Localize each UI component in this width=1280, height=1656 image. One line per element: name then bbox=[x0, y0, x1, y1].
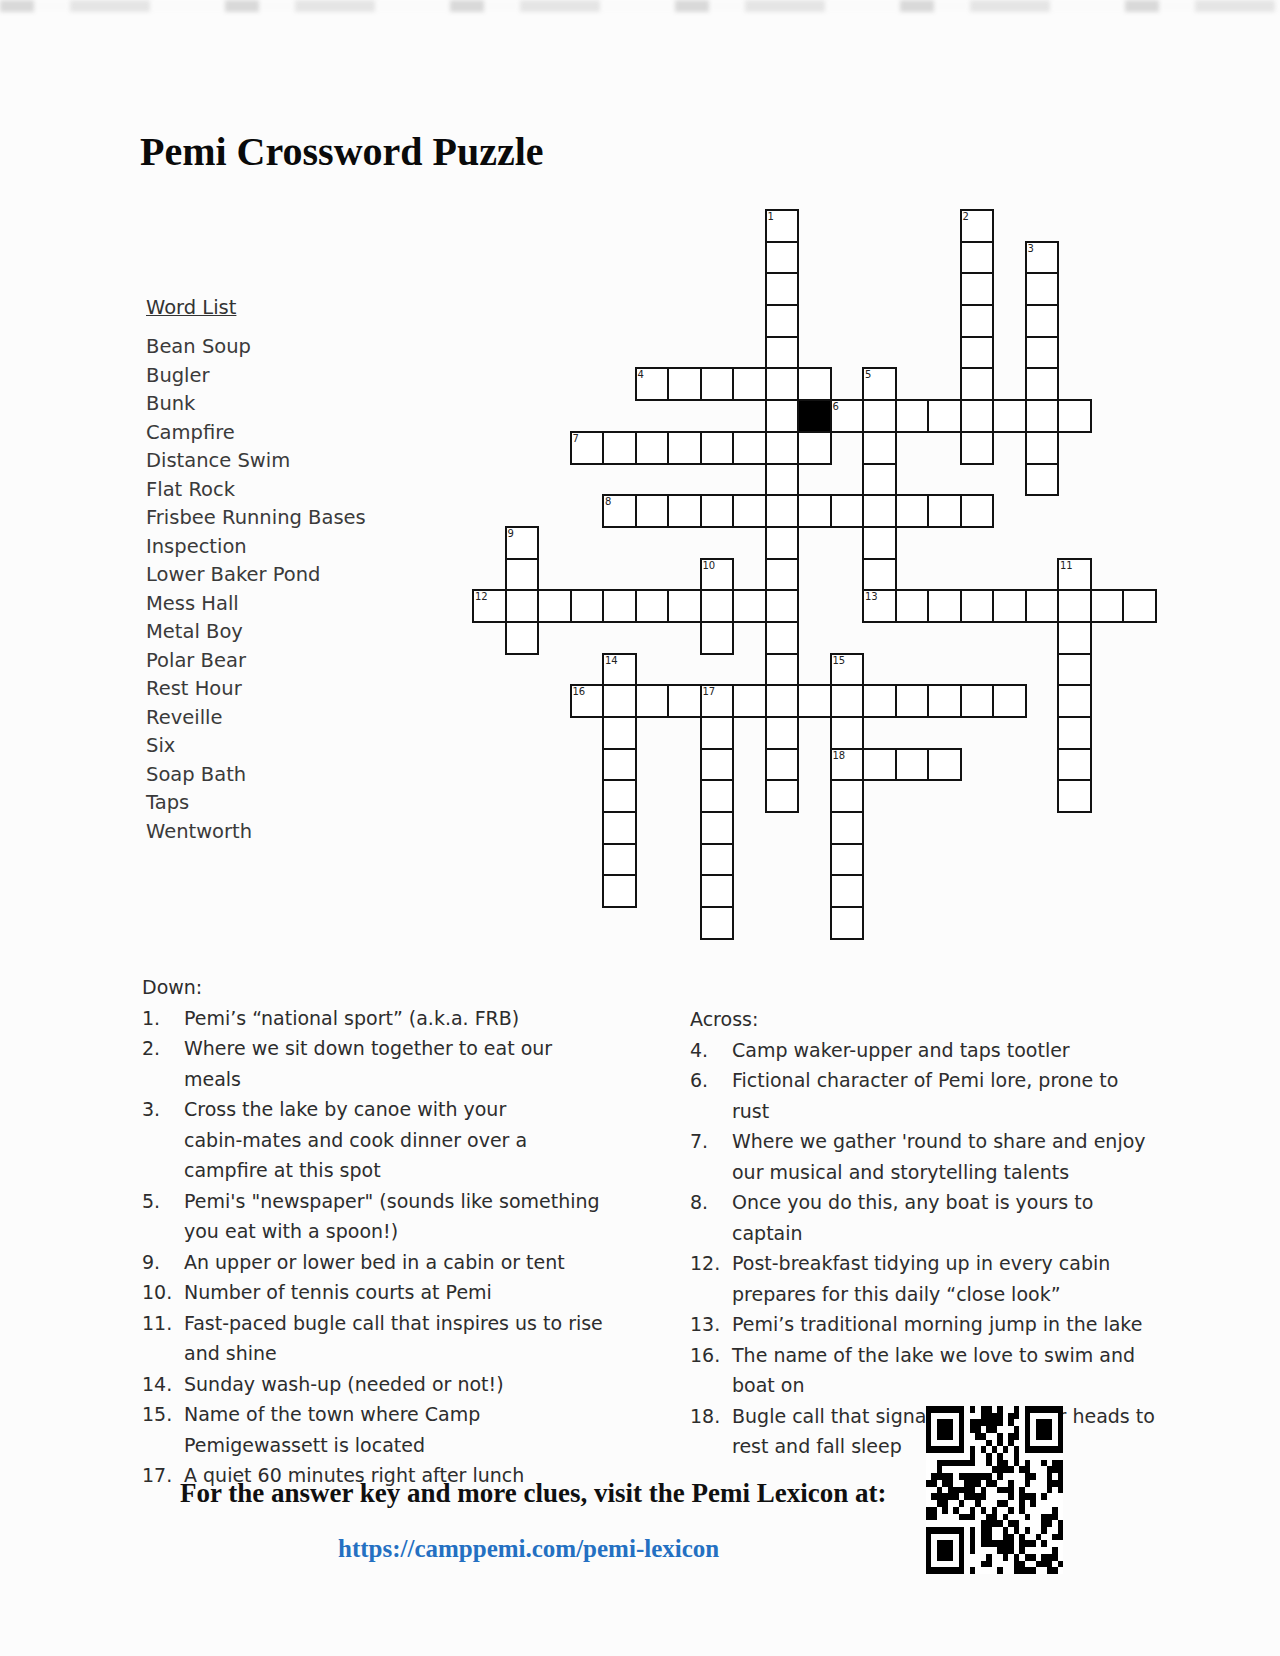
grid-cell-r21c11[interactable] bbox=[830, 874, 865, 908]
across-clue-16: 16.The name of the lake we love to swim … bbox=[690, 1340, 1200, 1401]
grid-cell-r15c7[interactable]: 17 bbox=[700, 684, 735, 718]
clue-number-9: 9 bbox=[508, 528, 514, 540]
clue-line: prepares for this daily “close look” bbox=[732, 1279, 1200, 1310]
grid-cell-r22c7[interactable] bbox=[700, 906, 735, 940]
clue-text: Camp waker-upper and taps tootler bbox=[732, 1035, 1200, 1066]
clue-label: 8. bbox=[690, 1187, 732, 1248]
clue-label: 9. bbox=[142, 1247, 184, 1278]
clue-line: Pemi’s traditional morning jump in the l… bbox=[732, 1309, 1200, 1340]
clue-text: Cross the lake by canoe with yourcabin-m… bbox=[184, 1094, 642, 1186]
clue-label: 15. bbox=[142, 1399, 184, 1460]
grid-cell-r18c11[interactable] bbox=[830, 779, 865, 813]
grid-cell-r6c9[interactable] bbox=[765, 399, 800, 433]
grid-cell-r15c3[interactable]: 16 bbox=[570, 684, 605, 718]
clue-line: Cross the lake by canoe with your bbox=[184, 1094, 642, 1125]
grid-cell-r15c5[interactable] bbox=[635, 684, 670, 718]
grid-cell-r19c4[interactable] bbox=[602, 811, 637, 845]
word-list-item: Polar Bear bbox=[146, 647, 366, 676]
grid-cell-r5c12[interactable]: 5 bbox=[862, 367, 897, 401]
word-list: Word List Bean SoupBuglerBunkCampfireDis… bbox=[146, 294, 366, 846]
scan-artifact-band bbox=[0, 0, 1280, 12]
clue-text: Pemi’s “national sport” (a.k.a. FRB) bbox=[184, 1003, 642, 1034]
clue-label: 13. bbox=[690, 1309, 732, 1340]
grid-cell-r3c17[interactable] bbox=[1025, 304, 1060, 338]
clue-label: 16. bbox=[690, 1340, 732, 1401]
clue-line: meals bbox=[184, 1064, 642, 1095]
grid-cell-r15c11[interactable] bbox=[830, 684, 865, 718]
clue-line: Name of the town where Camp bbox=[184, 1399, 642, 1430]
across-clue-4: 4.Camp waker-upper and taps tootler bbox=[690, 1035, 1200, 1066]
grid-cell-r7c7[interactable] bbox=[700, 431, 735, 465]
clue-label: 18. bbox=[690, 1401, 732, 1462]
grid-cell-r16c11[interactable] bbox=[830, 716, 865, 750]
grid-cell-r18c9[interactable] bbox=[765, 779, 800, 813]
word-list-item: Reveille bbox=[146, 704, 366, 733]
word-list-item: Rest Hour bbox=[146, 675, 366, 704]
clue-text: Pemi's "newspaper" (sounds like somethin… bbox=[184, 1186, 642, 1247]
grid-cell-r6c17[interactable] bbox=[1025, 399, 1060, 433]
grid-cell-r5c7[interactable] bbox=[700, 367, 735, 401]
clue-label: 4. bbox=[690, 1035, 732, 1066]
grid-cell-r1c17[interactable]: 3 bbox=[1025, 241, 1060, 275]
clue-label: 17. bbox=[142, 1460, 184, 1491]
clue-text: Fictional character of Pemi lore, prone … bbox=[732, 1065, 1200, 1126]
clue-label: 1. bbox=[142, 1003, 184, 1034]
grid-cell-r12c17[interactable] bbox=[1025, 589, 1060, 623]
clue-number-6: 6 bbox=[833, 401, 839, 413]
grid-cell-r7c9[interactable] bbox=[765, 431, 800, 465]
grid-cell-r12c13[interactable] bbox=[895, 589, 930, 623]
grid-cell-r14c4[interactable]: 14 bbox=[602, 653, 637, 687]
clue-label: 14. bbox=[142, 1369, 184, 1400]
grid-cell-r12c9[interactable] bbox=[765, 589, 800, 623]
across-clue-8: 8.Once you do this, any boat is yours to… bbox=[690, 1187, 1200, 1248]
grid-cell-r20c7[interactable] bbox=[700, 843, 735, 877]
qr-code-icon bbox=[926, 1406, 1063, 1574]
clue-line: Pemi's "newspaper" (sounds like somethin… bbox=[184, 1186, 642, 1217]
grid-cell-r9c7[interactable] bbox=[700, 494, 735, 528]
down-clue-1: 1.Pemi’s “national sport” (a.k.a. FRB) bbox=[142, 1003, 642, 1034]
grid-cell-r4c15[interactable] bbox=[960, 336, 995, 370]
clue-line: cabin-mates and cook dinner over a bbox=[184, 1125, 642, 1156]
word-list-item: Soap Bath bbox=[146, 761, 366, 790]
grid-cell-r18c4[interactable] bbox=[602, 779, 637, 813]
grid-cell-r14c11[interactable]: 15 bbox=[830, 653, 865, 687]
grid-cell-r17c18[interactable] bbox=[1057, 748, 1092, 782]
grid-cell-r10c12[interactable] bbox=[862, 526, 897, 560]
grid-cell-r6c18[interactable] bbox=[1057, 399, 1092, 433]
clue-line: Where we gather 'round to share and enjo… bbox=[732, 1126, 1200, 1157]
grid-cell-r15c9[interactable] bbox=[765, 684, 800, 718]
grid-cell-r15c13[interactable] bbox=[895, 684, 930, 718]
grid-cell-r9c9[interactable] bbox=[765, 494, 800, 528]
grid-cell-r7c8[interactable] bbox=[732, 431, 767, 465]
grid-cell-r5c9[interactable] bbox=[765, 367, 800, 401]
grid-cell-r2c17[interactable] bbox=[1025, 272, 1060, 306]
grid-cell-r5c8[interactable] bbox=[732, 367, 767, 401]
clue-label: 5. bbox=[142, 1186, 184, 1247]
grid-cell-r5c5[interactable]: 4 bbox=[635, 367, 670, 401]
clue-line: you eat with a spoon!) bbox=[184, 1216, 642, 1247]
clue-line: rust bbox=[732, 1096, 1200, 1127]
word-list-item: Taps bbox=[146, 789, 366, 818]
grid-cell-r2c15[interactable] bbox=[960, 272, 995, 306]
grid-cell-r3c9[interactable] bbox=[765, 304, 800, 338]
clue-number-2: 2 bbox=[963, 211, 969, 223]
word-list-item: Inspection bbox=[146, 533, 366, 562]
grid-cell-r17c4[interactable] bbox=[602, 748, 637, 782]
pemi-lexicon-link[interactable]: https://camppemi.com/pemi-lexicon bbox=[338, 1535, 719, 1563]
clue-text: Sunday wash-up (needed or not!) bbox=[184, 1369, 642, 1400]
down-clue-14: 14.Sunday wash-up (needed or not!) bbox=[142, 1369, 642, 1400]
across-clues-header: Across: bbox=[690, 1004, 1200, 1035]
grid-cell-r11c1[interactable] bbox=[505, 558, 540, 592]
clue-line: campfire at this spot bbox=[184, 1155, 642, 1186]
grid-cell-r11c7[interactable]: 10 bbox=[700, 558, 735, 592]
grid-cell-r4c9[interactable] bbox=[765, 336, 800, 370]
grid-cell-r0c9[interactable]: 1 bbox=[765, 209, 800, 243]
grid-cell-r9c4[interactable]: 8 bbox=[602, 494, 637, 528]
clue-number-10: 10 bbox=[703, 560, 716, 572]
clue-number-13: 13 bbox=[865, 591, 878, 603]
clue-text: Post-breakfast tidying up in every cabin… bbox=[732, 1248, 1200, 1309]
down-clue-11: 11.Fast-paced bugle call that inspires u… bbox=[142, 1308, 642, 1369]
down-clue-15: 15.Name of the town where CampPemigewass… bbox=[142, 1399, 642, 1460]
clue-number-16: 16 bbox=[573, 686, 586, 698]
word-list-items: Bean SoupBuglerBunkCampfireDistance Swim… bbox=[146, 333, 366, 846]
clue-line: The name of the lake we love to swim and bbox=[732, 1340, 1200, 1371]
word-list-item: Bean Soup bbox=[146, 333, 366, 362]
clue-line: Pemi’s “national sport” (a.k.a. FRB) bbox=[184, 1003, 642, 1034]
grid-cell-r12c2[interactable] bbox=[537, 589, 572, 623]
across-clues-items: 4.Camp waker-upper and taps tootler6.Fic… bbox=[690, 1035, 1200, 1462]
clue-line: Once you do this, any boat is yours to bbox=[732, 1187, 1200, 1218]
grid-cell-r17c13[interactable] bbox=[895, 748, 930, 782]
grid-cell-r12c4[interactable] bbox=[602, 589, 637, 623]
word-list-item: Six bbox=[146, 732, 366, 761]
grid-cell-r15c4[interactable] bbox=[602, 684, 637, 718]
grid-cell-r9c12[interactable] bbox=[862, 494, 897, 528]
down-clues-header: Down: bbox=[142, 972, 642, 1003]
grid-cell-r12c14[interactable] bbox=[927, 589, 962, 623]
down-clue-10: 10.Number of tennis courts at Pemi bbox=[142, 1277, 642, 1308]
clue-line: Camp waker-upper and taps tootler bbox=[732, 1035, 1200, 1066]
grid-cell-r9c6[interactable] bbox=[667, 494, 702, 528]
word-list-item: Metal Boy bbox=[146, 618, 366, 647]
grid-cell-r6c11[interactable]: 6 bbox=[830, 399, 865, 433]
grid-cell-r2c9[interactable] bbox=[765, 272, 800, 306]
clue-text: Once you do this, any boat is yours toca… bbox=[732, 1187, 1200, 1248]
clue-number-4: 4 bbox=[638, 369, 644, 381]
page-title: Pemi Crossword Puzzle bbox=[140, 128, 544, 175]
grid-cell-r17c12[interactable] bbox=[862, 748, 897, 782]
across-clue-6: 6.Fictional character of Pemi lore, pron… bbox=[690, 1065, 1200, 1126]
grid-cell-r12c18[interactable] bbox=[1057, 589, 1092, 623]
grid-cell-r11c9[interactable] bbox=[765, 558, 800, 592]
word-list-item: Distance Swim bbox=[146, 447, 366, 476]
clue-number-7: 7 bbox=[573, 433, 579, 445]
grid-cell-r17c11[interactable]: 18 bbox=[830, 748, 865, 782]
grid-cell-r6c13[interactable] bbox=[895, 399, 930, 433]
word-list-item: Campfire bbox=[146, 419, 366, 448]
grid-cell-r5c15[interactable] bbox=[960, 367, 995, 401]
clue-number-5: 5 bbox=[865, 369, 871, 381]
across-clues: Across: 4.Camp waker-upper and taps toot… bbox=[690, 1004, 1200, 1462]
grid-cell-r9c14[interactable] bbox=[927, 494, 962, 528]
clue-line: Sunday wash-up (needed or not!) bbox=[184, 1369, 642, 1400]
grid-cell-r12c20[interactable] bbox=[1122, 589, 1157, 623]
grid-cell-r17c7[interactable] bbox=[700, 748, 735, 782]
crossword-grid: 123456789101112131415161718 bbox=[473, 210, 1156, 939]
down-clue-3: 3.Cross the lake by canoe with yourcabin… bbox=[142, 1094, 642, 1186]
word-list-item: Bunk bbox=[146, 390, 366, 419]
clue-line: Fast-paced bugle call that inspires us t… bbox=[184, 1308, 642, 1339]
grid-cell-r15c15[interactable] bbox=[960, 684, 995, 718]
grid-cell-r21c7[interactable] bbox=[700, 874, 735, 908]
clue-label: 12. bbox=[690, 1248, 732, 1309]
word-list-item: Frisbee Running Bases bbox=[146, 504, 366, 533]
crossword-page: Pemi Crossword Puzzle Word List Bean Sou… bbox=[0, 0, 1280, 1656]
clue-label: 2. bbox=[142, 1033, 184, 1094]
clue-text: Number of tennis courts at Pemi bbox=[184, 1277, 642, 1308]
grid-cell-r7c10[interactable] bbox=[797, 431, 832, 465]
clue-line: Number of tennis courts at Pemi bbox=[184, 1277, 642, 1308]
down-clue-2: 2.Where we sit down together to eat ourm… bbox=[142, 1033, 642, 1094]
grid-cell-r3c15[interactable] bbox=[960, 304, 995, 338]
clue-number-12: 12 bbox=[475, 591, 488, 603]
word-list-item: Wentworth bbox=[146, 818, 366, 847]
black-cell bbox=[797, 399, 832, 433]
clue-line: captain bbox=[732, 1218, 1200, 1249]
clue-text: Where we sit down together to eat ourmea… bbox=[184, 1033, 642, 1094]
across-clue-13: 13.Pemi’s traditional morning jump in th… bbox=[690, 1309, 1200, 1340]
word-list-item: Bugler bbox=[146, 362, 366, 391]
grid-cell-r15c14[interactable] bbox=[927, 684, 962, 718]
clue-text: Name of the town where CampPemigewassett… bbox=[184, 1399, 642, 1460]
grid-cell-r1c9[interactable] bbox=[765, 241, 800, 275]
down-clue-5: 5.Pemi's "newspaper" (sounds like someth… bbox=[142, 1186, 642, 1247]
grid-cell-r10c9[interactable] bbox=[765, 526, 800, 560]
grid-cell-r7c6[interactable] bbox=[667, 431, 702, 465]
grid-cell-r12c6[interactable] bbox=[667, 589, 702, 623]
grid-cell-r12c19[interactable] bbox=[1090, 589, 1125, 623]
grid-cell-r12c12[interactable]: 13 bbox=[862, 589, 897, 623]
grid-cell-r4c17[interactable] bbox=[1025, 336, 1060, 370]
grid-cell-r21c4[interactable] bbox=[602, 874, 637, 908]
clue-line: our musical and storytelling talents bbox=[732, 1157, 1200, 1188]
grid-cell-r9c11[interactable] bbox=[830, 494, 865, 528]
grid-cell-r0c15[interactable]: 2 bbox=[960, 209, 995, 243]
grid-cell-r13c9[interactable] bbox=[765, 621, 800, 655]
grid-cell-r14c18[interactable] bbox=[1057, 653, 1092, 687]
grid-cell-r12c0[interactable]: 12 bbox=[472, 589, 507, 623]
clue-number-17: 17 bbox=[703, 686, 716, 698]
clue-label: 11. bbox=[142, 1308, 184, 1369]
grid-cell-r16c4[interactable] bbox=[602, 716, 637, 750]
grid-cell-r6c15[interactable] bbox=[960, 399, 995, 433]
grid-cell-r5c10[interactable] bbox=[797, 367, 832, 401]
clue-line: and shine bbox=[184, 1338, 642, 1369]
grid-cell-r7c12[interactable] bbox=[862, 431, 897, 465]
grid-cell-r16c18[interactable] bbox=[1057, 716, 1092, 750]
grid-cell-r9c5[interactable] bbox=[635, 494, 670, 528]
clue-line: Post-breakfast tidying up in every cabin bbox=[732, 1248, 1200, 1279]
grid-cell-r11c12[interactable] bbox=[862, 558, 897, 592]
grid-cell-r12c5[interactable] bbox=[635, 589, 670, 623]
grid-cell-r7c5[interactable] bbox=[635, 431, 670, 465]
grid-cell-r12c1[interactable] bbox=[505, 589, 540, 623]
down-clues: Down: 1.Pemi’s “national sport” (a.k.a. … bbox=[142, 972, 642, 1491]
grid-cell-r22c11[interactable] bbox=[830, 906, 865, 940]
clue-number-1: 1 bbox=[768, 211, 774, 223]
grid-cell-r7c3[interactable]: 7 bbox=[570, 431, 605, 465]
grid-cell-r15c8[interactable] bbox=[732, 684, 767, 718]
grid-cell-r11c18[interactable]: 11 bbox=[1057, 558, 1092, 592]
grid-cell-r19c7[interactable] bbox=[700, 811, 735, 845]
clue-line: Fictional character of Pemi lore, prone … bbox=[732, 1065, 1200, 1096]
down-clues-items: 1.Pemi’s “national sport” (a.k.a. FRB)2.… bbox=[142, 1003, 642, 1491]
clue-line: An upper or lower bed in a cabin or tent bbox=[184, 1247, 642, 1278]
grid-cell-r1c15[interactable] bbox=[960, 241, 995, 275]
clue-label: 3. bbox=[142, 1094, 184, 1186]
across-clue-12: 12.Post-breakfast tidying up in every ca… bbox=[690, 1248, 1200, 1309]
grid-cell-r16c7[interactable] bbox=[700, 716, 735, 750]
word-list-item: Mess Hall bbox=[146, 590, 366, 619]
clue-text: An upper or lower bed in a cabin or tent bbox=[184, 1247, 642, 1278]
grid-cell-r6c16[interactable] bbox=[992, 399, 1027, 433]
clue-number-11: 11 bbox=[1060, 560, 1073, 572]
grid-cell-r12c3[interactable] bbox=[570, 589, 605, 623]
word-list-item: Lower Baker Pond bbox=[146, 561, 366, 590]
grid-cell-r9c13[interactable] bbox=[895, 494, 930, 528]
word-list-header: Word List bbox=[146, 294, 366, 322]
grid-cell-r7c4[interactable] bbox=[602, 431, 637, 465]
grid-cell-r15c12[interactable] bbox=[862, 684, 897, 718]
footer-message: For the answer key and more clues, visit… bbox=[180, 1478, 886, 1509]
clue-line: Pemigewassett is located bbox=[184, 1430, 642, 1461]
grid-cell-r12c8[interactable] bbox=[732, 589, 767, 623]
grid-cell-r17c9[interactable] bbox=[765, 748, 800, 782]
clue-text: Fast-paced bugle call that inspires us t… bbox=[184, 1308, 642, 1369]
grid-cell-r18c7[interactable] bbox=[700, 779, 735, 813]
grid-cell-r16c9[interactable] bbox=[765, 716, 800, 750]
clue-label: 7. bbox=[690, 1126, 732, 1187]
grid-cell-r14c9[interactable] bbox=[765, 653, 800, 687]
grid-cell-r12c15[interactable] bbox=[960, 589, 995, 623]
grid-cell-r5c6[interactable] bbox=[667, 367, 702, 401]
grid-cell-r17c14[interactable] bbox=[927, 748, 962, 782]
grid-cell-r7c17[interactable] bbox=[1025, 431, 1060, 465]
grid-cell-r20c11[interactable] bbox=[830, 843, 865, 877]
grid-cell-r20c4[interactable] bbox=[602, 843, 637, 877]
clue-line: Where we sit down together to eat our bbox=[184, 1033, 642, 1064]
word-list-item: Flat Rock bbox=[146, 476, 366, 505]
grid-cell-r12c7[interactable] bbox=[700, 589, 735, 623]
clue-number-3: 3 bbox=[1028, 243, 1034, 255]
grid-cell-r15c6[interactable] bbox=[667, 684, 702, 718]
clue-number-8: 8 bbox=[605, 496, 611, 508]
down-clue-9: 9.An upper or lower bed in a cabin or te… bbox=[142, 1247, 642, 1278]
grid-cell-r15c18[interactable] bbox=[1057, 684, 1092, 718]
grid-cell-r6c14[interactable] bbox=[927, 399, 962, 433]
grid-cell-r12c16[interactable] bbox=[992, 589, 1027, 623]
clue-text: The name of the lake we love to swim and… bbox=[732, 1340, 1200, 1401]
grid-cell-r9c15[interactable] bbox=[960, 494, 995, 528]
grid-cell-r5c17[interactable] bbox=[1025, 367, 1060, 401]
grid-cell-r8c12[interactable] bbox=[862, 463, 897, 497]
clue-number-14: 14 bbox=[605, 655, 618, 667]
grid-cell-r15c10[interactable] bbox=[797, 684, 832, 718]
across-clue-7: 7.Where we gather 'round to share and en… bbox=[690, 1126, 1200, 1187]
grid-cell-r8c17[interactable] bbox=[1025, 463, 1060, 497]
grid-cell-r13c18[interactable] bbox=[1057, 621, 1092, 655]
grid-cell-r15c16[interactable] bbox=[992, 684, 1027, 718]
grid-cell-r6c12[interactable] bbox=[862, 399, 897, 433]
grid-cell-r8c9[interactable] bbox=[765, 463, 800, 497]
grid-cell-r13c7[interactable] bbox=[700, 621, 735, 655]
grid-cell-r18c18[interactable] bbox=[1057, 779, 1092, 813]
clue-label: 10. bbox=[142, 1277, 184, 1308]
grid-cell-r13c1[interactable] bbox=[505, 621, 540, 655]
clue-line: boat on bbox=[732, 1370, 1200, 1401]
grid-cell-r9c10[interactable] bbox=[797, 494, 832, 528]
grid-cell-r19c11[interactable] bbox=[830, 811, 865, 845]
clue-text: Pemi’s traditional morning jump in the l… bbox=[732, 1309, 1200, 1340]
grid-cell-r7c15[interactable] bbox=[960, 431, 995, 465]
clue-text: Where we gather 'round to share and enjo… bbox=[732, 1126, 1200, 1187]
clue-number-18: 18 bbox=[833, 750, 846, 762]
grid-cell-r10c1[interactable]: 9 bbox=[505, 526, 540, 560]
grid-cell-r9c8[interactable] bbox=[732, 494, 767, 528]
clue-label: 6. bbox=[690, 1065, 732, 1126]
clue-number-15: 15 bbox=[833, 655, 846, 667]
